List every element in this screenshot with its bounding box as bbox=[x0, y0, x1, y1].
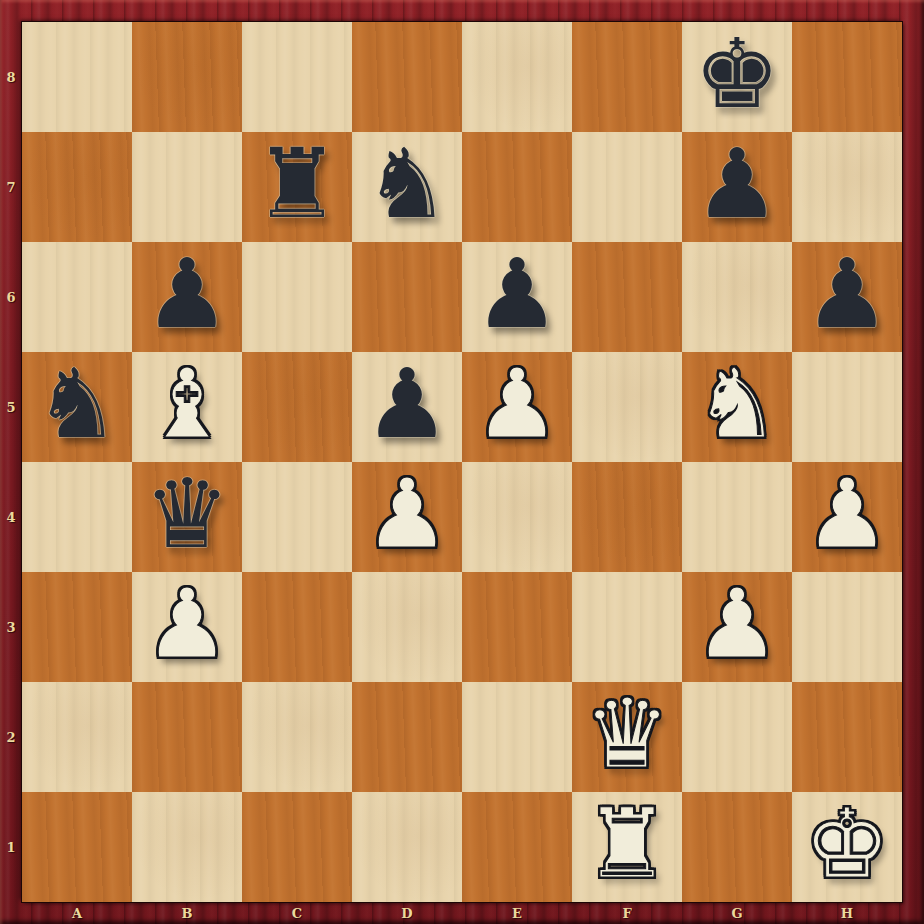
rank-label-3: 3 bbox=[0, 572, 22, 682]
white-king[interactable]: ♚ bbox=[804, 789, 890, 899]
square-g4[interactable] bbox=[682, 462, 792, 572]
file-label-b: B bbox=[132, 902, 242, 924]
black-queen[interactable]: ♛ bbox=[144, 459, 230, 569]
rank-label-4: 4 bbox=[0, 462, 22, 572]
rank-label-6: 6 bbox=[0, 242, 22, 352]
black-pawn[interactable]: ♟ bbox=[804, 239, 890, 349]
square-c2[interactable] bbox=[242, 682, 352, 792]
white-pawn[interactable]: ♟ bbox=[804, 459, 890, 569]
black-pawn[interactable]: ♟ bbox=[694, 129, 780, 239]
square-d7[interactable]: ♞ bbox=[352, 132, 462, 242]
black-knight[interactable]: ♞ bbox=[364, 129, 450, 239]
rank-label-8: 8 bbox=[0, 22, 22, 132]
square-c8[interactable] bbox=[242, 22, 352, 132]
square-d1[interactable] bbox=[352, 792, 462, 902]
square-g3[interactable]: ♟ bbox=[682, 572, 792, 682]
file-label-h: H bbox=[792, 902, 902, 924]
square-f3[interactable] bbox=[572, 572, 682, 682]
rank-label-1: 1 bbox=[0, 792, 22, 902]
square-e1[interactable] bbox=[462, 792, 572, 902]
square-a4[interactable] bbox=[22, 462, 132, 572]
square-f7[interactable] bbox=[572, 132, 682, 242]
square-d2[interactable] bbox=[352, 682, 462, 792]
white-pawn[interactable]: ♟ bbox=[144, 569, 230, 679]
white-pawn[interactable]: ♟ bbox=[474, 349, 560, 459]
square-e5[interactable]: ♟ bbox=[462, 352, 572, 462]
file-label-f: F bbox=[572, 902, 682, 924]
file-label-c: C bbox=[242, 902, 352, 924]
square-f5[interactable] bbox=[572, 352, 682, 462]
white-knight[interactable]: ♞ bbox=[694, 349, 780, 459]
square-b5[interactable]: ♝ bbox=[132, 352, 242, 462]
rank-label-7: 7 bbox=[0, 132, 22, 242]
white-pawn[interactable]: ♟ bbox=[694, 569, 780, 679]
square-d8[interactable] bbox=[352, 22, 462, 132]
square-e8[interactable] bbox=[462, 22, 572, 132]
square-f8[interactable] bbox=[572, 22, 682, 132]
square-g8[interactable]: ♚ bbox=[682, 22, 792, 132]
white-rook[interactable]: ♜ bbox=[584, 789, 670, 899]
black-rook[interactable]: ♜ bbox=[254, 129, 340, 239]
chess-board-frame: ♚♜♞♟♟♟♟♞♝♟♟♞♛♟♟♟♟♛♜♚ 87654321 ABCDEFGH bbox=[0, 0, 924, 924]
square-b3[interactable]: ♟ bbox=[132, 572, 242, 682]
square-h7[interactable] bbox=[792, 132, 902, 242]
square-a1[interactable] bbox=[22, 792, 132, 902]
square-d3[interactable] bbox=[352, 572, 462, 682]
black-pawn[interactable]: ♟ bbox=[364, 349, 450, 459]
square-d4[interactable]: ♟ bbox=[352, 462, 462, 572]
square-h8[interactable] bbox=[792, 22, 902, 132]
square-g7[interactable]: ♟ bbox=[682, 132, 792, 242]
square-b4[interactable]: ♛ bbox=[132, 462, 242, 572]
square-f2[interactable]: ♛ bbox=[572, 682, 682, 792]
chess-board: ♚♜♞♟♟♟♟♞♝♟♟♞♛♟♟♟♟♛♜♚ bbox=[22, 22, 902, 902]
square-e6[interactable]: ♟ bbox=[462, 242, 572, 352]
square-a3[interactable] bbox=[22, 572, 132, 682]
square-a7[interactable] bbox=[22, 132, 132, 242]
square-c6[interactable] bbox=[242, 242, 352, 352]
square-a6[interactable] bbox=[22, 242, 132, 352]
square-f4[interactable] bbox=[572, 462, 682, 572]
square-c4[interactable] bbox=[242, 462, 352, 572]
square-g2[interactable] bbox=[682, 682, 792, 792]
square-e7[interactable] bbox=[462, 132, 572, 242]
square-b7[interactable] bbox=[132, 132, 242, 242]
square-h5[interactable] bbox=[792, 352, 902, 462]
square-d5[interactable]: ♟ bbox=[352, 352, 462, 462]
square-b8[interactable] bbox=[132, 22, 242, 132]
square-e3[interactable] bbox=[462, 572, 572, 682]
square-h3[interactable] bbox=[792, 572, 902, 682]
white-bishop[interactable]: ♝ bbox=[144, 349, 230, 459]
square-c5[interactable] bbox=[242, 352, 352, 462]
square-h6[interactable]: ♟ bbox=[792, 242, 902, 352]
file-label-e: E bbox=[462, 902, 572, 924]
file-coordinates: ABCDEFGH bbox=[22, 902, 902, 924]
square-f6[interactable] bbox=[572, 242, 682, 352]
square-g1[interactable] bbox=[682, 792, 792, 902]
square-e4[interactable] bbox=[462, 462, 572, 572]
rank-label-5: 5 bbox=[0, 352, 22, 462]
square-h1[interactable]: ♚ bbox=[792, 792, 902, 902]
black-pawn[interactable]: ♟ bbox=[474, 239, 560, 349]
square-a2[interactable] bbox=[22, 682, 132, 792]
square-g5[interactable]: ♞ bbox=[682, 352, 792, 462]
square-c1[interactable] bbox=[242, 792, 352, 902]
square-f1[interactable]: ♜ bbox=[572, 792, 682, 902]
square-a8[interactable] bbox=[22, 22, 132, 132]
square-b1[interactable] bbox=[132, 792, 242, 902]
rank-coordinates: 87654321 bbox=[0, 22, 22, 902]
square-h2[interactable] bbox=[792, 682, 902, 792]
square-b2[interactable] bbox=[132, 682, 242, 792]
file-label-d: D bbox=[352, 902, 462, 924]
black-knight[interactable]: ♞ bbox=[34, 349, 120, 459]
square-b6[interactable]: ♟ bbox=[132, 242, 242, 352]
square-d6[interactable] bbox=[352, 242, 462, 352]
white-pawn[interactable]: ♟ bbox=[364, 459, 450, 569]
square-c7[interactable]: ♜ bbox=[242, 132, 352, 242]
square-g6[interactable] bbox=[682, 242, 792, 352]
rank-label-2: 2 bbox=[0, 682, 22, 792]
square-e2[interactable] bbox=[462, 682, 572, 792]
square-h4[interactable]: ♟ bbox=[792, 462, 902, 572]
black-king[interactable]: ♚ bbox=[694, 19, 780, 129]
file-label-g: G bbox=[682, 902, 792, 924]
black-pawn[interactable]: ♟ bbox=[144, 239, 230, 349]
white-queen[interactable]: ♛ bbox=[584, 679, 670, 789]
square-c3[interactable] bbox=[242, 572, 352, 682]
file-label-a: A bbox=[22, 902, 132, 924]
square-a5[interactable]: ♞ bbox=[22, 352, 132, 462]
